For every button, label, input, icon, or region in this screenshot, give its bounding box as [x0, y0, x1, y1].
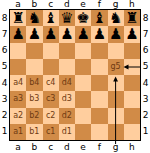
square-label-d1: d1: [62, 128, 72, 136]
square-label-a3: a3: [13, 95, 23, 103]
piece-black-king: ♚: [76, 10, 89, 25]
square-h8[interactable]: ♜: [124, 10, 140, 26]
rank-right-label-6: 6: [141, 43, 150, 59]
rank-left-label-7: 7: [0, 26, 9, 42]
file-top-label-c: c: [43, 0, 59, 9]
square-e2[interactable]: [75, 108, 91, 124]
file-top-label-e: e: [75, 0, 91, 9]
piece-black-pawn: ♟: [76, 26, 89, 41]
square-label-b3: b3: [29, 95, 39, 103]
piece-black-pawn: ♟: [125, 26, 138, 41]
file-bottom-label-h: h: [124, 142, 140, 153]
square-label-c1: c1: [46, 128, 56, 136]
square-b7[interactable]: ♟: [26, 26, 42, 42]
square-h1[interactable]: [124, 124, 140, 140]
square-d2[interactable]: d2: [59, 108, 75, 124]
rank-left-label-5: 5: [0, 59, 9, 75]
rank-labels-left: 87654321: [0, 10, 9, 140]
square-f8[interactable]: ♝: [91, 10, 107, 26]
rank-right-label-7: 7: [141, 26, 150, 42]
square-e4[interactable]: [75, 75, 91, 91]
square-h3[interactable]: [124, 91, 140, 107]
chess-board: ♜♞♝♛♚♝♞♜♟♟♟♟♟♟♟♟g5a4b4c4d4a3b3c3d3a2b2c2…: [9, 9, 141, 141]
rank-right-label-1: 1: [141, 124, 150, 140]
file-bottom-label-e: e: [75, 142, 91, 153]
square-g1[interactable]: [108, 124, 124, 140]
square-f2[interactable]: [91, 108, 107, 124]
file-labels-top: abcdefgh: [10, 0, 140, 9]
square-g4[interactable]: [108, 75, 124, 91]
square-h2[interactable]: [124, 108, 140, 124]
file-top-label-f: f: [91, 0, 107, 9]
square-b4[interactable]: b4: [26, 75, 42, 91]
square-f3[interactable]: [91, 91, 107, 107]
square-h7[interactable]: ♟: [124, 26, 140, 42]
square-label-a4: a4: [13, 79, 23, 87]
chess-notation-diagram: abcdefgh 87654321 87654321 abcdefgh ♜♞♝♛…: [0, 0, 150, 153]
file-bottom-label-d: d: [59, 142, 75, 153]
square-b5[interactable]: [26, 59, 42, 75]
square-e7[interactable]: ♟: [75, 26, 91, 42]
file-top-label-b: b: [26, 0, 42, 9]
square-a5[interactable]: [10, 59, 26, 75]
rank-left-label-2: 2: [0, 108, 9, 124]
piece-black-rook: ♜: [11, 10, 24, 25]
file-top-label-a: a: [10, 0, 26, 9]
piece-black-bishop: ♝: [44, 10, 57, 25]
square-e3[interactable]: [75, 91, 91, 107]
square-a8[interactable]: ♜: [10, 10, 26, 26]
square-g5[interactable]: g5: [108, 59, 124, 75]
square-d5[interactable]: [59, 59, 75, 75]
rank-left-label-8: 8: [0, 10, 9, 26]
square-a3[interactable]: a3: [10, 91, 26, 107]
square-c4[interactable]: c4: [43, 75, 59, 91]
square-e5[interactable]: [75, 59, 91, 75]
file-top-label-g: g: [108, 0, 124, 9]
rank-left-label-3: 3: [0, 91, 9, 107]
square-b6[interactable]: [26, 43, 42, 59]
file-bottom-label-b: b: [26, 142, 42, 153]
square-d6[interactable]: [59, 43, 75, 59]
square-c1[interactable]: c1: [43, 124, 59, 140]
square-g2[interactable]: [108, 108, 124, 124]
square-label-b4: b4: [29, 79, 39, 87]
square-label-c4: c4: [46, 79, 56, 87]
piece-black-rook: ♜: [125, 10, 138, 25]
square-d8[interactable]: ♛: [59, 10, 75, 26]
rank-right-label-3: 3: [141, 91, 150, 107]
piece-black-pawn: ♟: [28, 26, 41, 41]
square-f7[interactable]: ♟: [91, 26, 107, 42]
piece-black-knight: ♞: [109, 10, 122, 25]
square-a4[interactable]: a4: [10, 75, 26, 91]
square-g6[interactable]: [108, 43, 124, 59]
square-f5[interactable]: [91, 59, 107, 75]
square-a6[interactable]: [10, 43, 26, 59]
square-label-c3: c3: [46, 95, 56, 103]
square-d1[interactable]: d1: [59, 124, 75, 140]
file-bottom-label-c: c: [43, 142, 59, 153]
square-h5[interactable]: [124, 59, 140, 75]
piece-black-pawn: ♟: [11, 26, 24, 41]
rank-left-label-4: 4: [0, 75, 9, 91]
rank-right-label-4: 4: [141, 75, 150, 91]
piece-black-pawn: ♟: [44, 26, 57, 41]
square-f4[interactable]: [91, 75, 107, 91]
piece-black-bishop: ♝: [93, 10, 106, 25]
square-label-d3: d3: [62, 95, 72, 103]
square-b1[interactable]: b1: [26, 124, 42, 140]
rank-left-label-6: 6: [0, 43, 9, 59]
square-label-b1: b1: [29, 128, 39, 136]
square-c7[interactable]: ♟: [43, 26, 59, 42]
square-h4[interactable]: [124, 75, 140, 91]
square-c8[interactable]: ♝: [43, 10, 59, 26]
square-label-d2: d2: [62, 112, 72, 120]
rank-labels-right: 87654321: [141, 10, 150, 140]
square-g8[interactable]: ♞: [108, 10, 124, 26]
file-top-label-d: d: [59, 0, 75, 9]
rank-right-label-8: 8: [141, 10, 150, 26]
square-c3[interactable]: c3: [43, 91, 59, 107]
piece-black-pawn: ♟: [60, 26, 73, 41]
file-top-label-h: h: [124, 0, 140, 9]
file-bottom-label-g: g: [108, 142, 124, 153]
square-b3[interactable]: b3: [26, 91, 42, 107]
square-label-a1: a1: [13, 128, 23, 136]
square-a1[interactable]: a1: [10, 124, 26, 140]
square-d3[interactable]: d3: [59, 91, 75, 107]
square-c2[interactable]: c2: [43, 108, 59, 124]
square-b8[interactable]: ♞: [26, 10, 42, 26]
square-label-a2: a2: [13, 112, 23, 120]
square-f6[interactable]: [91, 43, 107, 59]
square-e6[interactable]: [75, 43, 91, 59]
square-label-b2: b2: [29, 112, 39, 120]
square-d4[interactable]: d4: [59, 75, 75, 91]
file-bottom-label-a: a: [10, 142, 26, 153]
piece-black-queen: ♛: [60, 10, 73, 25]
square-label-g5: g5: [111, 63, 121, 71]
square-b2[interactable]: b2: [26, 108, 42, 124]
square-c6[interactable]: [43, 43, 59, 59]
square-a7[interactable]: ♟: [10, 26, 26, 42]
square-g7[interactable]: ♟: [108, 26, 124, 42]
square-f1[interactable]: [91, 124, 107, 140]
piece-black-pawn: ♟: [109, 26, 122, 41]
square-h6[interactable]: [124, 43, 140, 59]
square-d7[interactable]: ♟: [59, 26, 75, 42]
piece-black-pawn: ♟: [93, 26, 106, 41]
square-e8[interactable]: ♚: [75, 10, 91, 26]
rank-left-label-1: 1: [0, 124, 9, 140]
piece-black-knight: ♞: [28, 10, 41, 25]
square-a2[interactable]: a2: [10, 108, 26, 124]
file-labels-bottom: abcdefgh: [10, 142, 140, 153]
square-g3[interactable]: [108, 91, 124, 107]
file-bottom-label-f: f: [91, 142, 107, 153]
rank-right-label-2: 2: [141, 108, 150, 124]
square-c5[interactable]: [43, 59, 59, 75]
square-label-c2: c2: [46, 112, 56, 120]
square-label-d4: d4: [62, 79, 72, 87]
rank-right-label-5: 5: [141, 59, 150, 75]
square-e1[interactable]: [75, 124, 91, 140]
